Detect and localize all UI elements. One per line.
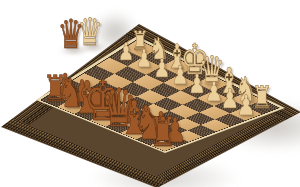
chess-set-photo: ♛ ♛ ♜♞♝♛♚♝♞♜♟♟♟♟♟♟♟♟♟♟♟♟♟♟♟♟♜♞♝♛♚♝♞♜ bbox=[0, 0, 300, 187]
extra-queen-rosewood: ♛ bbox=[57, 14, 84, 54]
